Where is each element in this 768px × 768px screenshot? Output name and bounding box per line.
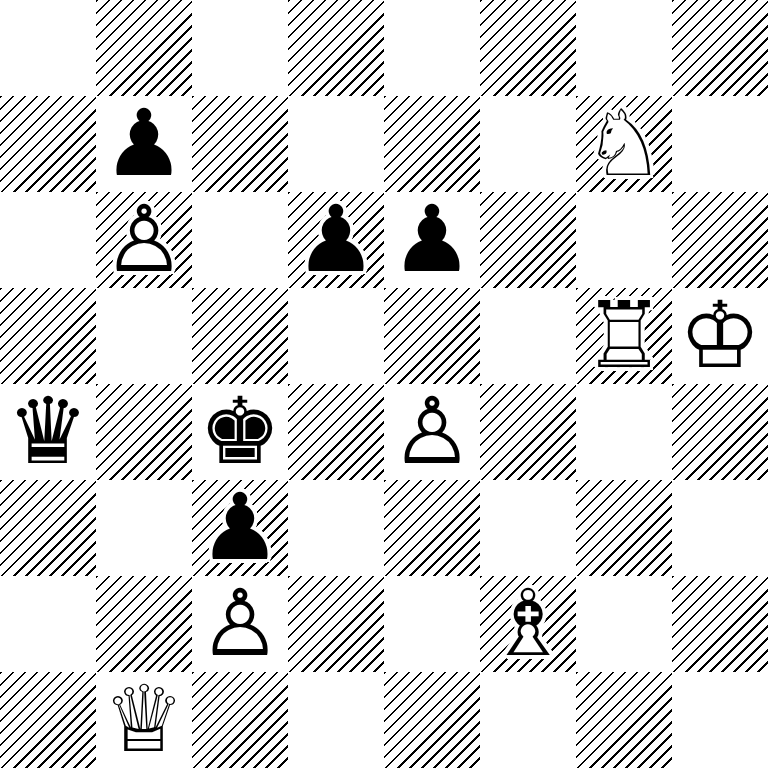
square-c7[interactable] — [192, 96, 288, 192]
square-g3[interactable] — [576, 480, 672, 576]
square-e7[interactable] — [384, 96, 480, 192]
square-a8[interactable] — [0, 0, 96, 96]
piece-black-pawn-icon[interactable]: ♟ — [96, 96, 192, 192]
piece-white-king-icon[interactable]: ♔ — [672, 288, 768, 384]
square-d7[interactable] — [288, 96, 384, 192]
square-g5[interactable]: ♜♖ — [576, 288, 672, 384]
square-b7[interactable]: ♟♟ — [96, 96, 192, 192]
square-g4[interactable] — [576, 384, 672, 480]
square-d5[interactable] — [288, 288, 384, 384]
square-g8[interactable] — [576, 0, 672, 96]
square-h6[interactable] — [672, 192, 768, 288]
square-h4[interactable] — [672, 384, 768, 480]
square-e3[interactable] — [384, 480, 480, 576]
piece-white-knight-icon[interactable]: ♘ — [576, 96, 672, 192]
square-e8[interactable] — [384, 0, 480, 96]
piece-white-queen-icon[interactable]: ♕ — [96, 672, 192, 768]
square-d3[interactable] — [288, 480, 384, 576]
piece-white-pawn-icon[interactable]: ♙ — [192, 576, 288, 672]
square-h1[interactable] — [672, 672, 768, 768]
piece-white-rook-icon[interactable]: ♖ — [576, 288, 672, 384]
square-f1[interactable] — [480, 672, 576, 768]
square-g6[interactable] — [576, 192, 672, 288]
square-c2[interactable]: ♟♙ — [192, 576, 288, 672]
square-h8[interactable] — [672, 0, 768, 96]
square-c8[interactable] — [192, 0, 288, 96]
piece-black-queen-icon[interactable]: ♛ — [0, 384, 96, 480]
square-b5[interactable] — [96, 288, 192, 384]
square-a5[interactable] — [0, 288, 96, 384]
square-b2[interactable] — [96, 576, 192, 672]
square-g7[interactable]: ♞♘ — [576, 96, 672, 192]
square-a3[interactable] — [0, 480, 96, 576]
square-b1[interactable]: ♛♕ — [96, 672, 192, 768]
square-f5[interactable] — [480, 288, 576, 384]
piece-black-pawn-icon[interactable]: ♟ — [384, 192, 480, 288]
square-d4[interactable] — [288, 384, 384, 480]
square-f3[interactable] — [480, 480, 576, 576]
square-b8[interactable] — [96, 0, 192, 96]
square-c1[interactable] — [192, 672, 288, 768]
square-c4[interactable]: ♚♚ — [192, 384, 288, 480]
square-e4[interactable]: ♟♙ — [384, 384, 480, 480]
piece-white-pawn-icon[interactable]: ♙ — [384, 384, 480, 480]
square-e5[interactable] — [384, 288, 480, 384]
square-d1[interactable] — [288, 672, 384, 768]
square-g2[interactable] — [576, 576, 672, 672]
square-c3[interactable]: ♟♟ — [192, 480, 288, 576]
piece-black-pawn-icon[interactable]: ♟ — [192, 480, 288, 576]
chess-board: ♟♟♞♘♟♙♟♟♟♟♜♖♚♔♛♛♚♚♟♙♟♟♟♙♝♗♛♕ — [0, 0, 768, 768]
square-d2[interactable] — [288, 576, 384, 672]
square-d6[interactable]: ♟♟ — [288, 192, 384, 288]
square-c6[interactable] — [192, 192, 288, 288]
square-f6[interactable] — [480, 192, 576, 288]
square-a4[interactable]: ♛♛ — [0, 384, 96, 480]
square-a1[interactable] — [0, 672, 96, 768]
square-a7[interactable] — [0, 96, 96, 192]
square-c5[interactable] — [192, 288, 288, 384]
square-e6[interactable]: ♟♟ — [384, 192, 480, 288]
square-b3[interactable] — [96, 480, 192, 576]
square-f7[interactable] — [480, 96, 576, 192]
square-a6[interactable] — [0, 192, 96, 288]
square-h7[interactable] — [672, 96, 768, 192]
square-h5[interactable]: ♚♔ — [672, 288, 768, 384]
square-b4[interactable] — [96, 384, 192, 480]
square-a2[interactable] — [0, 576, 96, 672]
square-f2[interactable]: ♝♗ — [480, 576, 576, 672]
square-d8[interactable] — [288, 0, 384, 96]
piece-white-bishop-icon[interactable]: ♗ — [480, 576, 576, 672]
square-g1[interactable] — [576, 672, 672, 768]
square-h3[interactable] — [672, 480, 768, 576]
square-h2[interactable] — [672, 576, 768, 672]
piece-black-pawn-icon[interactable]: ♟ — [288, 192, 384, 288]
piece-white-pawn-icon[interactable]: ♙ — [96, 192, 192, 288]
square-b6[interactable]: ♟♙ — [96, 192, 192, 288]
piece-black-king-icon[interactable]: ♚ — [192, 384, 288, 480]
square-e2[interactable] — [384, 576, 480, 672]
square-e1[interactable] — [384, 672, 480, 768]
square-f8[interactable] — [480, 0, 576, 96]
square-f4[interactable] — [480, 384, 576, 480]
